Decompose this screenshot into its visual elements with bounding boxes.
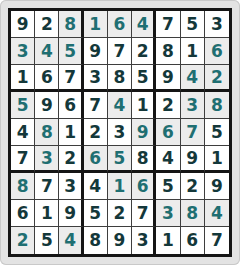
cell-r9c4[interactable]: 8 bbox=[84, 227, 108, 254]
cell-r6c7[interactable]: 4 bbox=[156, 146, 180, 173]
cell-r6c9[interactable]: 1 bbox=[205, 146, 229, 173]
cell-r8c1[interactable]: 6 bbox=[11, 200, 35, 227]
cell-r3c7[interactable]: 9 bbox=[156, 65, 180, 92]
cell-r5c3[interactable]: 1 bbox=[59, 119, 83, 146]
cell-r8c5[interactable]: 2 bbox=[108, 200, 132, 227]
cell-r6c8[interactable]: 9 bbox=[181, 146, 205, 173]
cell-r5c2[interactable]: 8 bbox=[35, 119, 59, 146]
cell-r1c5[interactable]: 6 bbox=[108, 11, 132, 38]
cell-r4c6[interactable]: 1 bbox=[132, 92, 156, 119]
cell-r5c1[interactable]: 4 bbox=[11, 119, 35, 146]
cell-r3c6[interactable]: 5 bbox=[132, 65, 156, 92]
cell-r1c9[interactable]: 3 bbox=[205, 11, 229, 38]
cell-r2c9[interactable]: 6 bbox=[205, 38, 229, 65]
cell-r4c3[interactable]: 6 bbox=[59, 92, 83, 119]
cell-r1c3[interactable]: 8 bbox=[59, 11, 83, 38]
cell-r7c3[interactable]: 3 bbox=[59, 173, 83, 200]
cell-r5c8[interactable]: 7 bbox=[181, 119, 205, 146]
cell-r6c5[interactable]: 5 bbox=[108, 146, 132, 173]
cell-r4c1[interactable]: 5 bbox=[11, 92, 35, 119]
cell-r9c6[interactable]: 3 bbox=[132, 227, 156, 254]
cell-r6c3[interactable]: 2 bbox=[59, 146, 83, 173]
cell-r3c8[interactable]: 4 bbox=[181, 65, 205, 92]
app-frame: 9281647533459728161673859425967412384812… bbox=[0, 0, 240, 265]
cell-r7c8[interactable]: 2 bbox=[181, 173, 205, 200]
cell-r5c6[interactable]: 9 bbox=[132, 119, 156, 146]
cell-r9c9[interactable]: 7 bbox=[205, 227, 229, 254]
cell-r4c9[interactable]: 8 bbox=[205, 92, 229, 119]
cell-r4c8[interactable]: 3 bbox=[181, 92, 205, 119]
cell-r8c7[interactable]: 3 bbox=[156, 200, 180, 227]
cell-r4c4[interactable]: 7 bbox=[84, 92, 108, 119]
cell-r7c6[interactable]: 6 bbox=[132, 173, 156, 200]
cell-r5c9[interactable]: 5 bbox=[205, 119, 229, 146]
cell-r4c2[interactable]: 9 bbox=[35, 92, 59, 119]
cell-r3c3[interactable]: 7 bbox=[59, 65, 83, 92]
sudoku-board: 9281647533459728161673859425967412384812… bbox=[8, 8, 232, 257]
cell-r7c4[interactable]: 4 bbox=[84, 173, 108, 200]
cell-r9c8[interactable]: 6 bbox=[181, 227, 205, 254]
cell-r2c8[interactable]: 1 bbox=[181, 38, 205, 65]
cell-r1c7[interactable]: 7 bbox=[156, 11, 180, 38]
cell-r2c5[interactable]: 7 bbox=[108, 38, 132, 65]
cell-r8c4[interactable]: 5 bbox=[84, 200, 108, 227]
cell-r1c2[interactable]: 2 bbox=[35, 11, 59, 38]
cell-r1c8[interactable]: 5 bbox=[181, 11, 205, 38]
cell-r1c6[interactable]: 4 bbox=[132, 11, 156, 38]
cell-r6c6[interactable]: 8 bbox=[132, 146, 156, 173]
cell-r6c4[interactable]: 6 bbox=[84, 146, 108, 173]
cell-r9c1[interactable]: 2 bbox=[11, 227, 35, 254]
cell-r8c6[interactable]: 7 bbox=[132, 200, 156, 227]
cell-r3c5[interactable]: 8 bbox=[108, 65, 132, 92]
cell-r9c5[interactable]: 9 bbox=[108, 227, 132, 254]
cell-r6c2[interactable]: 3 bbox=[35, 146, 59, 173]
cell-r8c2[interactable]: 1 bbox=[35, 200, 59, 227]
cell-r9c3[interactable]: 4 bbox=[59, 227, 83, 254]
cell-r4c7[interactable]: 2 bbox=[156, 92, 180, 119]
cell-r5c7[interactable]: 6 bbox=[156, 119, 180, 146]
cell-r2c1[interactable]: 3 bbox=[11, 38, 35, 65]
cell-r7c9[interactable]: 9 bbox=[205, 173, 229, 200]
cell-r1c1[interactable]: 9 bbox=[11, 11, 35, 38]
cell-r7c5[interactable]: 1 bbox=[108, 173, 132, 200]
cell-r2c4[interactable]: 9 bbox=[84, 38, 108, 65]
cell-r8c3[interactable]: 9 bbox=[59, 200, 83, 227]
cell-r7c1[interactable]: 8 bbox=[11, 173, 35, 200]
cell-r3c2[interactable]: 6 bbox=[35, 65, 59, 92]
cell-r4c5[interactable]: 4 bbox=[108, 92, 132, 119]
cell-r8c8[interactable]: 8 bbox=[181, 200, 205, 227]
cell-r2c3[interactable]: 5 bbox=[59, 38, 83, 65]
cell-r2c6[interactable]: 2 bbox=[132, 38, 156, 65]
cell-r8c9[interactable]: 4 bbox=[205, 200, 229, 227]
cell-r1c4[interactable]: 1 bbox=[84, 11, 108, 38]
cell-r3c4[interactable]: 3 bbox=[84, 65, 108, 92]
cell-r5c5[interactable]: 3 bbox=[108, 119, 132, 146]
cell-r7c7[interactable]: 5 bbox=[156, 173, 180, 200]
cell-r2c7[interactable]: 8 bbox=[156, 38, 180, 65]
cell-r3c9[interactable]: 2 bbox=[205, 65, 229, 92]
sudoku-grid: 9281647533459728161673859425967412384812… bbox=[11, 11, 229, 254]
cell-r6c1[interactable]: 7 bbox=[11, 146, 35, 173]
cell-r7c2[interactable]: 7 bbox=[35, 173, 59, 200]
cell-r3c1[interactable]: 1 bbox=[11, 65, 35, 92]
cell-r9c2[interactable]: 5 bbox=[35, 227, 59, 254]
cell-r2c2[interactable]: 4 bbox=[35, 38, 59, 65]
cell-r9c7[interactable]: 1 bbox=[156, 227, 180, 254]
cell-r5c4[interactable]: 2 bbox=[84, 119, 108, 146]
